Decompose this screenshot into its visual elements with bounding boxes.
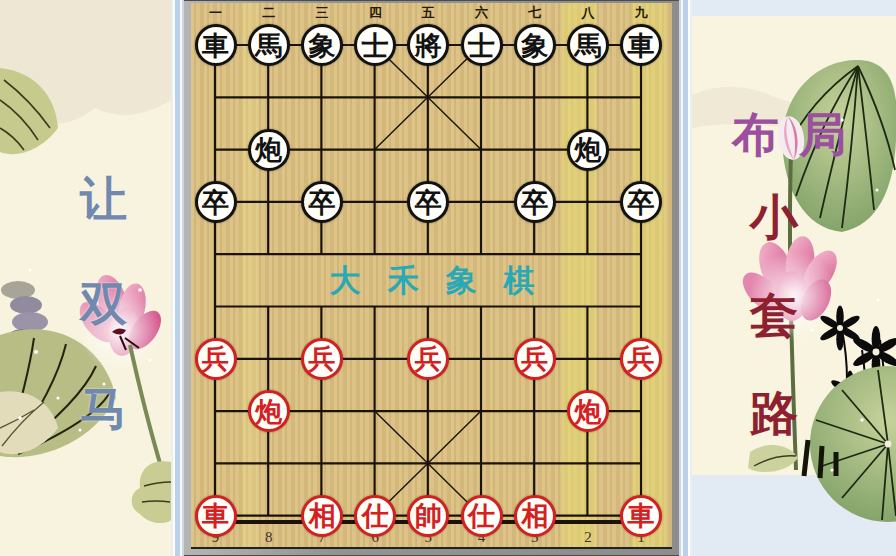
xiangqi-board[interactable]: 一二三四五六七八九 大禾象棋 車馬象士將士象馬車炮炮卒卒卒卒卒兵兵兵兵兵炮炮車相… (191, 3, 672, 549)
left-title-char: 让 (80, 168, 127, 231)
piece-red-兵[interactable]: 兵 (195, 338, 237, 380)
piece-red-仕[interactable]: 仕 (461, 495, 503, 537)
left-title-char: 马 (80, 378, 127, 441)
piece-grid[interactable]: 車馬象士將士象馬車炮炮卒卒卒卒卒兵兵兵兵兵炮炮車相仕帥仕相車 (189, 19, 668, 542)
piece-black-卒[interactable]: 卒 (195, 181, 237, 223)
piece-red-炮[interactable]: 炮 (248, 390, 290, 432)
board-window: 一二三四五六七八九 大禾象棋 車馬象士將士象馬車炮炮卒卒卒卒卒兵兵兵兵兵炮炮車相… (171, 0, 692, 556)
right-title-char: 局 (799, 104, 846, 167)
piece-black-象[interactable]: 象 (514, 24, 556, 66)
right-title-char: 布 (732, 104, 779, 167)
piece-red-相[interactable]: 相 (514, 495, 556, 537)
right-title-char: 小 (750, 186, 798, 250)
right-title-xiao-tao-lu: 小 套 路 (750, 186, 798, 446)
piece-red-兵[interactable]: 兵 (407, 338, 449, 380)
left-title-char: 双 (80, 273, 127, 336)
right-decor-panel: 布 局 小 套 路 (692, 0, 896, 556)
piece-black-將[interactable]: 將 (407, 24, 449, 66)
piece-black-馬[interactable]: 馬 (567, 24, 609, 66)
piece-red-兵[interactable]: 兵 (620, 338, 662, 380)
piece-black-炮[interactable]: 炮 (248, 129, 290, 171)
window-frame-left (171, 0, 184, 556)
right-title-char: 套 (750, 284, 798, 348)
piece-black-馬[interactable]: 馬 (248, 24, 290, 66)
right-title-bu-ju: 布 局 (732, 104, 846, 167)
screenshot-root: 让 双 马 (0, 0, 896, 556)
piece-red-仕[interactable]: 仕 (354, 495, 396, 537)
piece-red-炮[interactable]: 炮 (567, 390, 609, 432)
piece-black-炮[interactable]: 炮 (567, 129, 609, 171)
left-title-rang-shuang-ma: 让 双 马 (80, 168, 127, 441)
piece-black-卒[interactable]: 卒 (407, 181, 449, 223)
piece-red-車[interactable]: 車 (620, 495, 662, 537)
piece-black-卒[interactable]: 卒 (514, 181, 556, 223)
piece-red-兵[interactable]: 兵 (514, 338, 556, 380)
piece-black-車[interactable]: 車 (620, 24, 662, 66)
piece-red-相[interactable]: 相 (301, 495, 343, 537)
piece-black-卒[interactable]: 卒 (301, 181, 343, 223)
piece-red-兵[interactable]: 兵 (301, 338, 343, 380)
piece-black-士[interactable]: 士 (354, 24, 396, 66)
piece-red-帥[interactable]: 帥 (407, 495, 449, 537)
piece-black-卒[interactable]: 卒 (620, 181, 662, 223)
board-bezel: 一二三四五六七八九 大禾象棋 車馬象士將士象馬車炮炮卒卒卒卒卒兵兵兵兵兵炮炮車相… (184, 0, 679, 556)
left-decor-panel: 让 双 马 (0, 0, 171, 556)
right-title-char: 路 (750, 382, 798, 446)
piece-red-車[interactable]: 車 (195, 495, 237, 537)
piece-black-士[interactable]: 士 (461, 24, 503, 66)
piece-black-象[interactable]: 象 (301, 24, 343, 66)
piece-black-車[interactable]: 車 (195, 24, 237, 66)
